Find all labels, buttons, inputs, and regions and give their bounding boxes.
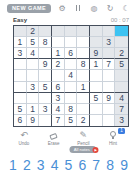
timer: 00 : 07 [111,17,129,23]
cell-r5c8[interactable] [103,70,116,81]
undo-label: Undo [19,141,30,146]
cell-r4c7[interactable]: 1 [90,59,103,70]
pencil-button[interactable]: ✎ Pencil All notes ▶ [70,129,96,153]
cell-r7c1[interactable] [14,93,27,104]
cell-r4c8[interactable]: 7 [103,59,116,70]
cell-r6c1[interactable] [14,82,27,93]
cell-r7c5[interactable] [65,93,78,104]
hint-label: Hint [109,141,117,146]
settings-icon[interactable]: ⚙ [58,4,66,13]
cell-r7c8[interactable]: 9 [103,93,116,104]
cell-r1c2[interactable]: 2 [27,26,40,37]
eraser-icon [50,129,57,140]
cell-r7c6[interactable] [77,93,90,104]
cell-r9c2[interactable]: 9 [27,115,40,126]
undo-icon: ↶ [20,129,28,140]
cell-r1c5[interactable] [65,26,78,37]
top-bar: NEW GAME ⚙◍↻☾ [0,2,137,14]
cell-r1c7[interactable] [90,26,103,37]
cell-r5c3[interactable] [39,70,52,81]
numpad-1[interactable]: 1 [9,156,17,174]
cell-r6c3[interactable]: 5 [39,82,52,93]
themes-icon[interactable]: ◍ [90,4,98,13]
numpad-5[interactable]: 5 [65,156,73,174]
bottom-toolbar: ↶ Undo Erase ✎ Pencil All notes ▶ 1 Hint [0,129,137,153]
cell-r4c5[interactable] [65,59,78,70]
cell-r2c8[interactable]: 3 [103,37,116,48]
numpad-7[interactable]: 7 [92,156,100,174]
pause-icon[interactable] [74,4,82,13]
cell-r3c1[interactable]: 3 [14,48,27,59]
new-game-button[interactable]: NEW GAME [7,4,51,13]
cell-r7c7[interactable]: 5 [90,93,103,104]
restart-icon[interactable]: ↻ [106,4,114,13]
cell-r8c6[interactable] [77,104,90,115]
cell-r5c1[interactable] [14,70,27,81]
cell-r8c5[interactable]: 8 [65,104,78,115]
cell-r6c7[interactable] [90,82,103,93]
cell-r5c9[interactable] [115,70,128,81]
cell-r6c4[interactable]: 6 [52,82,65,93]
cell-r8c8[interactable] [103,104,116,115]
cell-r7c2[interactable] [27,93,40,104]
cell-r2c4[interactable] [52,37,65,48]
status-row: Easy 00 : 07 [13,16,129,24]
all-notes-pill[interactable]: All notes ▶ [70,146,97,153]
pencil-icon: ✎ [80,129,88,140]
undo-button[interactable]: ↶ Undo [11,129,37,153]
hint-bulb-icon [110,129,116,140]
night-mode-icon[interactable]: ☾ [122,4,130,13]
numpad-9[interactable]: 9 [120,156,128,174]
cell-r2c9[interactable] [115,37,128,48]
numpad-6[interactable]: 6 [78,156,86,174]
erase-button[interactable]: Erase [41,129,67,153]
cell-r9c9[interactable]: 3 [115,115,128,126]
cell-r5c7[interactable] [90,70,103,81]
cell-r1c8[interactable] [103,26,116,37]
cell-r3c2[interactable]: 4 [27,48,40,59]
cell-r8c7[interactable] [90,104,103,115]
cell-r3c7[interactable]: 9 [90,48,103,59]
cell-r2c7[interactable] [90,37,103,48]
cell-r9c4[interactable]: 7 [52,115,65,126]
cell-r3c8[interactable] [103,48,116,59]
cell-r9c3[interactable] [39,115,52,126]
cell-r6c2[interactable]: 3 [27,82,40,93]
cell-r3c6[interactable] [77,48,90,59]
cell-r7c4[interactable]: 3 [52,93,65,104]
cell-r9c8[interactable] [103,115,116,126]
cell-r6c6[interactable]: 1 [77,82,90,93]
numpad-8[interactable]: 8 [106,156,114,174]
numpad-4[interactable]: 4 [51,156,59,174]
cell-r3c3[interactable] [39,48,52,59]
cell-r1c4[interactable] [52,26,65,37]
cell-r5c2[interactable] [27,70,40,81]
cell-r4c4[interactable]: 2 [52,59,65,70]
cell-r7c3[interactable] [39,93,52,104]
ad-play-icon: ▶ [93,147,99,153]
cell-r3c4[interactable]: 1 [52,48,65,59]
erase-label: Erase [48,141,60,146]
numpad-2[interactable]: 2 [23,156,31,174]
cell-r2c6[interactable] [77,37,90,48]
cell-r8c1[interactable]: 5 [14,104,27,115]
cell-r2c3[interactable]: 8 [39,37,52,48]
cell-r4c3[interactable]: 9 [39,59,52,70]
cell-r8c9[interactable]: 7 [115,104,128,115]
topbar-icons: ⚙◍↻☾ [58,4,130,13]
sudoku-board: 21583341692928175435613594513487697523 [13,25,129,127]
cell-r9c1[interactable]: 6 [14,115,27,126]
cell-r8c4[interactable]: 4 [52,104,65,115]
cell-r2c5[interactable] [65,37,78,48]
cell-r1c9[interactable] [115,26,128,37]
cell-r8c2[interactable]: 1 [27,104,40,115]
cell-r4c1[interactable] [14,59,27,70]
cell-r6c8[interactable] [103,82,116,93]
cell-r1c1[interactable] [14,26,27,37]
cell-r5c5[interactable]: 4 [65,70,78,81]
cell-r4c9[interactable]: 5 [115,59,128,70]
cell-r6c5[interactable] [65,82,78,93]
numpad-3[interactable]: 3 [37,156,45,174]
cell-r7c9[interactable]: 4 [115,93,128,104]
cell-r2c2[interactable]: 5 [27,37,40,48]
cell-r2c1[interactable]: 1 [14,37,27,48]
hint-button[interactable]: 1 Hint [100,129,126,153]
cell-r9c7[interactable] [90,115,103,126]
cell-r8c3[interactable]: 3 [39,104,52,115]
cell-r6c9[interactable] [115,82,128,93]
cell-r4c6[interactable]: 8 [77,59,90,70]
cell-r1c3[interactable] [39,26,52,37]
cell-r4c2[interactable] [27,59,40,70]
cell-r1c6[interactable] [77,26,90,37]
cell-r3c5[interactable]: 6 [65,48,78,59]
cell-r5c6[interactable] [77,70,90,81]
cell-r3c9[interactable]: 2 [115,48,128,59]
cell-r9c6[interactable]: 2 [77,115,90,126]
hint-count-badge: 1 [118,128,125,134]
cell-r5c4[interactable] [52,70,65,81]
cell-r9c5[interactable]: 5 [65,115,78,126]
number-pad: 123456789 [0,155,137,175]
all-notes-label: All notes [74,147,90,152]
difficulty-label: Easy [13,17,27,23]
